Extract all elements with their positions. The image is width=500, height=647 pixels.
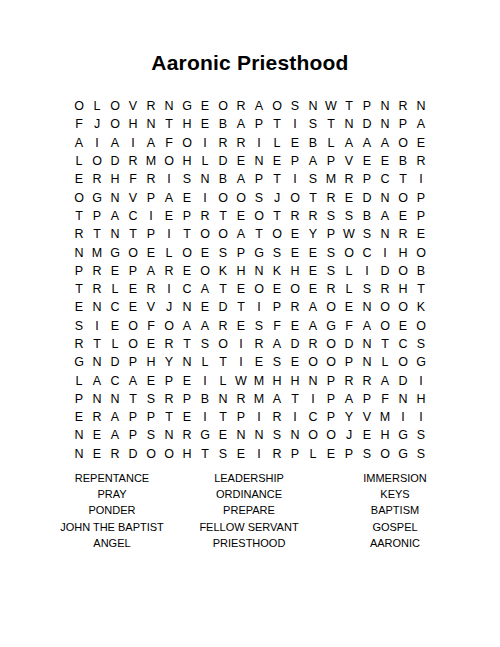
grid-cell-g4[interactable]: H [178, 152, 196, 170]
grid-cell-t9[interactable]: O [412, 243, 430, 261]
grid-cell-p8[interactable]: W [340, 225, 358, 243]
grid-cell-g12[interactable]: N [178, 298, 196, 316]
grid-cell-f9[interactable]: L [160, 243, 178, 261]
grid-cell-c4[interactable]: D [106, 152, 124, 170]
grid-cell-l14[interactable]: A [268, 335, 286, 353]
grid-cell-i6[interactable]: O [214, 188, 232, 206]
grid-cell-m17[interactable]: T [286, 390, 304, 408]
grid-cell-d12[interactable]: E [124, 298, 142, 316]
grid-cell-o3[interactable]: L [322, 134, 340, 152]
grid-cell-q2[interactable]: D [358, 115, 376, 133]
grid-cell-m15[interactable]: E [286, 353, 304, 371]
grid-cell-b6[interactable]: G [88, 188, 106, 206]
grid-cell-p11[interactable]: L [340, 280, 358, 298]
grid-cell-g7[interactable]: P [178, 207, 196, 225]
grid-cell-a13[interactable]: S [70, 317, 88, 335]
grid-cell-t12[interactable]: K [412, 298, 430, 316]
grid-cell-a18[interactable]: E [70, 408, 88, 426]
grid-cell-m12[interactable]: R [286, 298, 304, 316]
grid-cell-g2[interactable]: H [178, 115, 196, 133]
grid-cell-k13[interactable]: S [250, 317, 268, 335]
grid-cell-p1[interactable]: T [340, 97, 358, 115]
grid-cell-a3[interactable]: A [70, 134, 88, 152]
grid-cell-m1[interactable]: S [286, 97, 304, 115]
grid-cell-s5[interactable]: T [394, 170, 412, 188]
grid-cell-k9[interactable]: G [250, 243, 268, 261]
grid-cell-m3[interactable]: E [286, 134, 304, 152]
grid-cell-a17[interactable]: P [70, 390, 88, 408]
grid-cell-n7[interactable]: R [304, 207, 322, 225]
grid-cell-n14[interactable]: R [304, 335, 322, 353]
grid-cell-h7[interactable]: R [196, 207, 214, 225]
grid-cell-i8[interactable]: O [214, 225, 232, 243]
grid-cell-j4[interactable]: E [232, 152, 250, 170]
grid-cell-r17[interactable]: F [376, 390, 394, 408]
grid-cell-b7[interactable]: P [88, 207, 106, 225]
grid-cell-j18[interactable]: P [232, 408, 250, 426]
grid-cell-b14[interactable]: T [88, 335, 106, 353]
grid-cell-h1[interactable]: E [196, 97, 214, 115]
grid-cell-b4[interactable]: O [88, 152, 106, 170]
grid-cell-a5[interactable]: E [70, 170, 88, 188]
grid-cell-n15[interactable]: O [304, 353, 322, 371]
grid-cell-g18[interactable]: E [178, 408, 196, 426]
grid-cell-o2[interactable]: T [322, 115, 340, 133]
grid-cell-d6[interactable]: V [124, 188, 142, 206]
grid-cell-b20[interactable]: E [88, 445, 106, 463]
grid-cell-h13[interactable]: A [196, 317, 214, 335]
grid-cell-g11[interactable]: C [178, 280, 196, 298]
grid-cell-i3[interactable]: R [214, 134, 232, 152]
grid-cell-h20[interactable]: T [196, 445, 214, 463]
grid-cell-t11[interactable]: T [412, 280, 430, 298]
grid-cell-o7[interactable]: S [322, 207, 340, 225]
grid-cell-b2[interactable]: J [88, 115, 106, 133]
grid-cell-r2[interactable]: N [376, 115, 394, 133]
grid-cell-c11[interactable]: L [106, 280, 124, 298]
grid-cell-e10[interactable]: A [142, 262, 160, 280]
grid-cell-r5[interactable]: C [376, 170, 394, 188]
grid-cell-p16[interactable]: R [340, 371, 358, 389]
grid-cell-h17[interactable]: B [196, 390, 214, 408]
grid-cell-i11[interactable]: T [214, 280, 232, 298]
grid-cell-g9[interactable]: O [178, 243, 196, 261]
grid-cell-j13[interactable]: E [232, 317, 250, 335]
grid-cell-o4[interactable]: P [322, 152, 340, 170]
grid-cell-o15[interactable]: O [322, 353, 340, 371]
grid-cell-m18[interactable]: I [286, 408, 304, 426]
grid-cell-h6[interactable]: I [196, 188, 214, 206]
grid-cell-r12[interactable]: O [376, 298, 394, 316]
grid-cell-d3[interactable]: I [124, 134, 142, 152]
grid-cell-f17[interactable]: R [160, 390, 178, 408]
grid-cell-h11[interactable]: A [196, 280, 214, 298]
grid-cell-a1[interactable]: O [70, 97, 88, 115]
grid-cell-e4[interactable]: M [142, 152, 160, 170]
grid-cell-a10[interactable]: P [70, 262, 88, 280]
grid-cell-n9[interactable]: E [304, 243, 322, 261]
grid-cell-c20[interactable]: R [106, 445, 124, 463]
grid-cell-g19[interactable]: R [178, 426, 196, 444]
grid-cell-r8[interactable]: N [376, 225, 394, 243]
grid-cell-s7[interactable]: E [394, 207, 412, 225]
grid-cell-p2[interactable]: N [340, 115, 358, 133]
grid-cell-f14[interactable]: R [160, 335, 178, 353]
grid-cell-t19[interactable]: S [412, 426, 430, 444]
grid-cell-h4[interactable]: L [196, 152, 214, 170]
grid-cell-m20[interactable]: P [286, 445, 304, 463]
grid-cell-k2[interactable]: P [250, 115, 268, 133]
grid-cell-j5[interactable]: A [232, 170, 250, 188]
grid-cell-n8[interactable]: Y [304, 225, 322, 243]
grid-cell-l9[interactable]: S [268, 243, 286, 261]
grid-cell-b18[interactable]: R [88, 408, 106, 426]
grid-cell-h16[interactable]: I [196, 371, 214, 389]
grid-cell-l11[interactable]: E [268, 280, 286, 298]
grid-cell-l16[interactable]: H [268, 371, 286, 389]
grid-cell-s14[interactable]: C [394, 335, 412, 353]
grid-cell-k3[interactable]: I [250, 134, 268, 152]
grid-cell-i19[interactable]: E [214, 426, 232, 444]
grid-cell-f13[interactable]: O [160, 317, 178, 335]
grid-cell-m8[interactable]: E [286, 225, 304, 243]
grid-cell-s3[interactable]: O [394, 134, 412, 152]
grid-cell-c15[interactable]: D [106, 353, 124, 371]
grid-cell-q10[interactable]: I [358, 262, 376, 280]
grid-cell-d15[interactable]: P [124, 353, 142, 371]
grid-cell-m9[interactable]: E [286, 243, 304, 261]
grid-cell-p6[interactable]: E [340, 188, 358, 206]
grid-cell-b16[interactable]: A [88, 371, 106, 389]
grid-cell-c2[interactable]: O [106, 115, 124, 133]
grid-cell-h2[interactable]: E [196, 115, 214, 133]
grid-cell-i17[interactable]: N [214, 390, 232, 408]
grid-cell-f1[interactable]: N [160, 97, 178, 115]
grid-cell-e3[interactable]: A [142, 134, 160, 152]
grid-cell-b19[interactable]: E [88, 426, 106, 444]
grid-cell-e2[interactable]: N [142, 115, 160, 133]
grid-cell-d7[interactable]: C [124, 207, 142, 225]
grid-cell-l19[interactable]: S [268, 426, 286, 444]
grid-cell-f2[interactable]: T [160, 115, 178, 133]
grid-cell-l12[interactable]: P [268, 298, 286, 316]
grid-cell-l7[interactable]: T [268, 207, 286, 225]
grid-cell-g14[interactable]: T [178, 335, 196, 353]
grid-cell-b9[interactable]: M [88, 243, 106, 261]
grid-cell-i10[interactable]: K [214, 262, 232, 280]
grid-cell-m4[interactable]: P [286, 152, 304, 170]
grid-cell-l17[interactable]: A [268, 390, 286, 408]
grid-cell-h15[interactable]: L [196, 353, 214, 371]
grid-cell-j15[interactable]: I [232, 353, 250, 371]
grid-cell-r19[interactable]: H [376, 426, 394, 444]
grid-cell-g13[interactable]: A [178, 317, 196, 335]
grid-cell-e1[interactable]: R [142, 97, 160, 115]
grid-cell-k1[interactable]: A [250, 97, 268, 115]
grid-cell-q17[interactable]: P [358, 390, 376, 408]
grid-cell-k20[interactable]: I [250, 445, 268, 463]
grid-cell-o5[interactable]: M [322, 170, 340, 188]
grid-cell-d2[interactable]: H [124, 115, 142, 133]
grid-cell-q12[interactable]: N [358, 298, 376, 316]
grid-cell-r7[interactable]: A [376, 207, 394, 225]
grid-cell-j19[interactable]: N [232, 426, 250, 444]
grid-cell-k4[interactable]: N [250, 152, 268, 170]
grid-cell-i16[interactable]: L [214, 371, 232, 389]
grid-cell-q13[interactable]: A [358, 317, 376, 335]
grid-cell-t2[interactable]: A [412, 115, 430, 133]
grid-cell-m2[interactable]: I [286, 115, 304, 133]
grid-cell-s1[interactable]: R [394, 97, 412, 115]
grid-cell-h8[interactable]: O [196, 225, 214, 243]
grid-cell-n18[interactable]: C [304, 408, 322, 426]
grid-cell-m19[interactable]: N [286, 426, 304, 444]
grid-cell-j6[interactable]: O [232, 188, 250, 206]
grid-cell-b5[interactable]: R [88, 170, 106, 188]
grid-cell-p12[interactable]: E [340, 298, 358, 316]
grid-cell-l15[interactable]: S [268, 353, 286, 371]
grid-cell-d11[interactable]: E [124, 280, 142, 298]
grid-cell-p17[interactable]: A [340, 390, 358, 408]
grid-cell-o16[interactable]: P [322, 371, 340, 389]
grid-cell-g8[interactable]: T [178, 225, 196, 243]
grid-cell-q7[interactable]: B [358, 207, 376, 225]
grid-cell-q6[interactable]: D [358, 188, 376, 206]
grid-cell-o12[interactable]: O [322, 298, 340, 316]
grid-cell-s9[interactable]: H [394, 243, 412, 261]
grid-cell-e9[interactable]: E [142, 243, 160, 261]
grid-cell-d4[interactable]: R [124, 152, 142, 170]
grid-cell-g16[interactable]: E [178, 371, 196, 389]
grid-cell-e8[interactable]: P [142, 225, 160, 243]
grid-cell-p9[interactable]: O [340, 243, 358, 261]
grid-cell-s20[interactable]: G [394, 445, 412, 463]
grid-cell-e11[interactable]: R [142, 280, 160, 298]
grid-cell-i7[interactable]: T [214, 207, 232, 225]
grid-cell-f8[interactable]: I [160, 225, 178, 243]
grid-cell-q9[interactable]: C [358, 243, 376, 261]
grid-cell-p13[interactable]: F [340, 317, 358, 335]
grid-cell-j8[interactable]: A [232, 225, 250, 243]
grid-cell-l13[interactable]: F [268, 317, 286, 335]
grid-cell-q4[interactable]: E [358, 152, 376, 170]
grid-cell-c8[interactable]: N [106, 225, 124, 243]
grid-cell-i9[interactable]: S [214, 243, 232, 261]
grid-cell-c16[interactable]: C [106, 371, 124, 389]
grid-cell-g1[interactable]: G [178, 97, 196, 115]
grid-cell-a6[interactable]: O [70, 188, 88, 206]
grid-cell-b11[interactable]: R [88, 280, 106, 298]
grid-cell-j3[interactable]: R [232, 134, 250, 152]
grid-cell-j20[interactable]: E [232, 445, 250, 463]
grid-cell-t16[interactable]: I [412, 371, 430, 389]
grid-cell-n1[interactable]: N [304, 97, 322, 115]
grid-cell-f10[interactable]: R [160, 262, 178, 280]
grid-cell-m14[interactable]: D [286, 335, 304, 353]
grid-cell-a2[interactable]: F [70, 115, 88, 133]
grid-cell-a8[interactable]: R [70, 225, 88, 243]
grid-cell-c17[interactable]: N [106, 390, 124, 408]
grid-cell-j7[interactable]: E [232, 207, 250, 225]
grid-cell-g10[interactable]: E [178, 262, 196, 280]
grid-cell-b12[interactable]: N [88, 298, 106, 316]
grid-cell-t3[interactable]: E [412, 134, 430, 152]
grid-cell-m6[interactable]: O [286, 188, 304, 206]
grid-cell-l3[interactable]: L [268, 134, 286, 152]
grid-cell-l20[interactable]: R [268, 445, 286, 463]
grid-cell-q3[interactable]: A [358, 134, 376, 152]
grid-cell-a19[interactable]: N [70, 426, 88, 444]
grid-cell-o9[interactable]: S [322, 243, 340, 261]
grid-cell-s17[interactable]: N [394, 390, 412, 408]
grid-cell-c6[interactable]: N [106, 188, 124, 206]
grid-cell-b8[interactable]: T [88, 225, 106, 243]
grid-cell-q1[interactable]: P [358, 97, 376, 115]
grid-cell-f4[interactable]: O [160, 152, 178, 170]
grid-cell-q8[interactable]: S [358, 225, 376, 243]
grid-cell-q18[interactable]: V [358, 408, 376, 426]
grid-cell-t17[interactable]: H [412, 390, 430, 408]
grid-cell-i4[interactable]: D [214, 152, 232, 170]
grid-cell-o11[interactable]: R [322, 280, 340, 298]
grid-cell-a7[interactable]: T [70, 207, 88, 225]
grid-cell-j17[interactable]: R [232, 390, 250, 408]
grid-cell-i18[interactable]: T [214, 408, 232, 426]
grid-cell-s8[interactable]: R [394, 225, 412, 243]
grid-cell-i14[interactable]: O [214, 335, 232, 353]
grid-cell-e14[interactable]: E [142, 335, 160, 353]
grid-cell-t15[interactable]: G [412, 353, 430, 371]
grid-cell-k14[interactable]: R [250, 335, 268, 353]
grid-cell-f5[interactable]: I [160, 170, 178, 188]
grid-cell-i20[interactable]: S [214, 445, 232, 463]
grid-cell-k16[interactable]: M [250, 371, 268, 389]
grid-cell-j2[interactable]: A [232, 115, 250, 133]
grid-cell-o17[interactable]: P [322, 390, 340, 408]
grid-cell-f12[interactable]: J [160, 298, 178, 316]
grid-cell-d14[interactable]: O [124, 335, 142, 353]
grid-cell-c18[interactable]: A [106, 408, 124, 426]
grid-cell-p14[interactable]: D [340, 335, 358, 353]
grid-cell-s2[interactable]: P [394, 115, 412, 133]
grid-cell-r13[interactable]: O [376, 317, 394, 335]
grid-cell-n19[interactable]: O [304, 426, 322, 444]
grid-cell-h3[interactable]: I [196, 134, 214, 152]
grid-cell-e17[interactable]: S [142, 390, 160, 408]
grid-cell-r3[interactable]: A [376, 134, 394, 152]
grid-cell-o14[interactable]: O [322, 335, 340, 353]
grid-cell-n11[interactable]: E [304, 280, 322, 298]
grid-cell-l1[interactable]: O [268, 97, 286, 115]
grid-cell-s19[interactable]: G [394, 426, 412, 444]
grid-cell-m13[interactable]: E [286, 317, 304, 335]
grid-cell-p7[interactable]: S [340, 207, 358, 225]
grid-cell-e15[interactable]: H [142, 353, 160, 371]
grid-cell-q15[interactable]: N [358, 353, 376, 371]
grid-cell-o20[interactable]: E [322, 445, 340, 463]
grid-cell-i1[interactable]: O [214, 97, 232, 115]
grid-cell-j16[interactable]: W [232, 371, 250, 389]
grid-cell-b1[interactable]: L [88, 97, 106, 115]
grid-cell-p5[interactable]: R [340, 170, 358, 188]
grid-cell-l5[interactable]: T [268, 170, 286, 188]
grid-cell-f15[interactable]: Y [160, 353, 178, 371]
grid-cell-p18[interactable]: Y [340, 408, 358, 426]
grid-cell-c14[interactable]: L [106, 335, 124, 353]
grid-cell-a9[interactable]: N [70, 243, 88, 261]
grid-cell-g5[interactable]: S [178, 170, 196, 188]
grid-cell-n17[interactable]: I [304, 390, 322, 408]
grid-cell-m10[interactable]: H [286, 262, 304, 280]
grid-cell-t8[interactable]: E [412, 225, 430, 243]
grid-cell-a12[interactable]: E [70, 298, 88, 316]
grid-cell-n2[interactable]: S [304, 115, 322, 133]
grid-cell-s12[interactable]: O [394, 298, 412, 316]
grid-cell-s18[interactable]: I [394, 408, 412, 426]
grid-cell-c10[interactable]: E [106, 262, 124, 280]
grid-cell-j1[interactable]: R [232, 97, 250, 115]
grid-cell-s13[interactable]: E [394, 317, 412, 335]
grid-cell-r10[interactable]: D [376, 262, 394, 280]
grid-cell-n20[interactable]: L [304, 445, 322, 463]
grid-cell-a20[interactable]: N [70, 445, 88, 463]
grid-cell-q20[interactable]: S [358, 445, 376, 463]
grid-cell-d1[interactable]: V [124, 97, 142, 115]
grid-cell-n4[interactable]: A [304, 152, 322, 170]
grid-cell-l2[interactable]: T [268, 115, 286, 133]
grid-cell-f3[interactable]: F [160, 134, 178, 152]
grid-cell-f20[interactable]: O [160, 445, 178, 463]
grid-cell-g6[interactable]: E [178, 188, 196, 206]
grid-cell-s10[interactable]: O [394, 262, 412, 280]
grid-cell-k10[interactable]: N [250, 262, 268, 280]
grid-cell-q14[interactable]: N [358, 335, 376, 353]
grid-cell-l8[interactable]: O [268, 225, 286, 243]
grid-cell-h5[interactable]: N [196, 170, 214, 188]
grid-cell-e18[interactable]: P [142, 408, 160, 426]
grid-cell-d5[interactable]: F [124, 170, 142, 188]
grid-cell-k18[interactable]: I [250, 408, 268, 426]
grid-cell-d20[interactable]: D [124, 445, 142, 463]
grid-cell-t13[interactable]: O [412, 317, 430, 335]
grid-cell-j14[interactable]: I [232, 335, 250, 353]
grid-cell-a11[interactable]: T [70, 280, 88, 298]
grid-cell-k8[interactable]: T [250, 225, 268, 243]
grid-cell-e16[interactable]: E [142, 371, 160, 389]
grid-cell-p10[interactable]: L [340, 262, 358, 280]
grid-cell-c1[interactable]: O [106, 97, 124, 115]
grid-cell-l10[interactable]: K [268, 262, 286, 280]
grid-cell-l4[interactable]: E [268, 152, 286, 170]
grid-cell-k5[interactable]: P [250, 170, 268, 188]
grid-cell-p19[interactable]: J [340, 426, 358, 444]
grid-cell-q5[interactable]: P [358, 170, 376, 188]
grid-cell-o18[interactable]: P [322, 408, 340, 426]
grid-cell-e12[interactable]: V [142, 298, 160, 316]
grid-cell-d9[interactable]: O [124, 243, 142, 261]
grid-cell-c7[interactable]: A [106, 207, 124, 225]
grid-cell-g17[interactable]: P [178, 390, 196, 408]
grid-cell-b15[interactable]: N [88, 353, 106, 371]
grid-cell-t6[interactable]: P [412, 188, 430, 206]
grid-cell-n10[interactable]: E [304, 262, 322, 280]
grid-cell-e13[interactable]: F [142, 317, 160, 335]
grid-cell-t14[interactable]: S [412, 335, 430, 353]
grid-cell-d13[interactable]: O [124, 317, 142, 335]
grid-cell-p20[interactable]: P [340, 445, 358, 463]
grid-cell-d18[interactable]: P [124, 408, 142, 426]
grid-cell-d17[interactable]: T [124, 390, 142, 408]
